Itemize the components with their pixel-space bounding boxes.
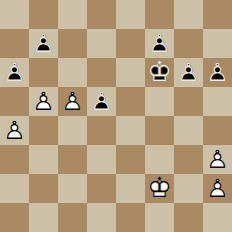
square-g8[interactable] [174, 0, 203, 29]
square-f5[interactable] [145, 87, 174, 116]
square-e2[interactable] [116, 174, 145, 203]
square-d8[interactable] [87, 0, 116, 29]
square-h4[interactable] [203, 116, 232, 145]
square-f6[interactable]: ♚♔ [145, 58, 174, 87]
pawn-outline-glyph: ♙ [90, 88, 112, 113]
square-g5[interactable] [174, 87, 203, 116]
square-b4[interactable] [29, 116, 58, 145]
square-a8[interactable] [0, 0, 29, 29]
white-king[interactable]: ♚♔ [145, 174, 174, 203]
black-pawn[interactable]: ♟♙ [87, 87, 116, 116]
king-outline-glyph: ♔ [147, 173, 172, 201]
square-g2[interactable] [174, 174, 203, 203]
square-e1[interactable] [116, 203, 145, 232]
square-a1[interactable] [0, 203, 29, 232]
white-pawn[interactable]: ♟♙ [58, 87, 87, 116]
square-e4[interactable] [116, 116, 145, 145]
white-pawn[interactable]: ♟♙ [29, 87, 58, 116]
square-b7[interactable]: ♟♙ [29, 29, 58, 58]
pawn-outline-glyph: ♙ [32, 88, 54, 113]
square-d4[interactable] [87, 116, 116, 145]
square-g1[interactable] [174, 203, 203, 232]
square-d2[interactable] [87, 174, 116, 203]
square-c7[interactable] [58, 29, 87, 58]
square-c2[interactable] [58, 174, 87, 203]
square-h7[interactable] [203, 29, 232, 58]
square-h2[interactable]: ♟♙ [203, 174, 232, 203]
pawn-outline-glyph: ♙ [177, 59, 199, 84]
black-pawn[interactable]: ♟♙ [174, 58, 203, 87]
square-d6[interactable] [87, 58, 116, 87]
square-c6[interactable] [58, 58, 87, 87]
pawn-outline-glyph: ♙ [61, 88, 83, 113]
square-g6[interactable]: ♟♙ [174, 58, 203, 87]
square-e6[interactable] [116, 58, 145, 87]
square-d3[interactable] [87, 145, 116, 174]
square-d5[interactable]: ♟♙ [87, 87, 116, 116]
square-a5[interactable] [0, 87, 29, 116]
square-a2[interactable] [0, 174, 29, 203]
square-b5[interactable]: ♟♙ [29, 87, 58, 116]
square-f4[interactable] [145, 116, 174, 145]
pawn-outline-glyph: ♙ [3, 117, 25, 142]
white-pawn[interactable]: ♟♙ [203, 145, 232, 174]
square-c1[interactable] [58, 203, 87, 232]
square-d1[interactable] [87, 203, 116, 232]
king-outline-glyph: ♔ [147, 57, 172, 85]
square-h3[interactable]: ♟♙ [203, 145, 232, 174]
square-d7[interactable] [87, 29, 116, 58]
square-c3[interactable] [58, 145, 87, 174]
square-b6[interactable] [29, 58, 58, 87]
square-b3[interactable] [29, 145, 58, 174]
square-e8[interactable] [116, 0, 145, 29]
square-a4[interactable]: ♟♙ [0, 116, 29, 145]
square-h1[interactable] [203, 203, 232, 232]
black-king[interactable]: ♚♔ [145, 58, 174, 87]
square-a3[interactable] [0, 145, 29, 174]
black-pawn[interactable]: ♟♙ [203, 58, 232, 87]
square-e7[interactable] [116, 29, 145, 58]
square-h6[interactable]: ♟♙ [203, 58, 232, 87]
square-h5[interactable] [203, 87, 232, 116]
square-e5[interactable] [116, 87, 145, 116]
black-pawn[interactable]: ♟♙ [0, 58, 29, 87]
square-b2[interactable] [29, 174, 58, 203]
square-g7[interactable] [174, 29, 203, 58]
square-h8[interactable] [203, 0, 232, 29]
square-g4[interactable] [174, 116, 203, 145]
square-a7[interactable] [0, 29, 29, 58]
square-e3[interactable] [116, 145, 145, 174]
square-b8[interactable] [29, 0, 58, 29]
pawn-outline-glyph: ♙ [32, 30, 54, 55]
square-c8[interactable] [58, 0, 87, 29]
black-pawn[interactable]: ♟♙ [29, 29, 58, 58]
pawn-outline-glyph: ♙ [206, 175, 228, 200]
square-c5[interactable]: ♟♙ [58, 87, 87, 116]
pawn-outline-glyph: ♙ [206, 59, 228, 84]
white-pawn[interactable]: ♟♙ [0, 116, 29, 145]
square-f8[interactable] [145, 0, 174, 29]
square-f1[interactable] [145, 203, 174, 232]
chess-board: ♟♙♟♙♟♙♚♔♟♙♟♙♟♙♟♙♟♙♟♙♟♙♚♔♟♙ [0, 0, 232, 232]
white-pawn[interactable]: ♟♙ [203, 174, 232, 203]
square-g3[interactable] [174, 145, 203, 174]
square-b1[interactable] [29, 203, 58, 232]
square-c4[interactable] [58, 116, 87, 145]
pawn-outline-glyph: ♙ [206, 146, 228, 171]
pawn-outline-glyph: ♙ [3, 59, 25, 84]
pawn-outline-glyph: ♙ [148, 30, 170, 55]
square-a6[interactable]: ♟♙ [0, 58, 29, 87]
square-f2[interactable]: ♚♔ [145, 174, 174, 203]
